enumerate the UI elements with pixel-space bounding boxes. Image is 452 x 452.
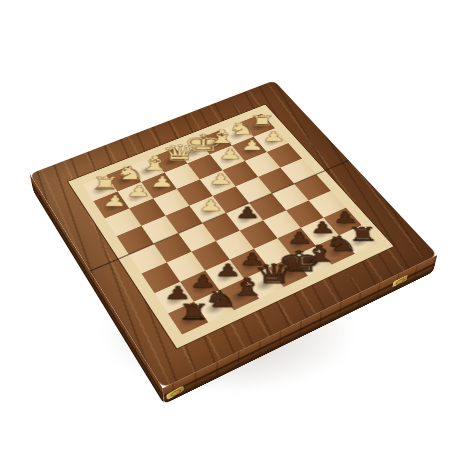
square-f6 — [263, 210, 301, 238]
square-a5 — [129, 244, 167, 274]
square-b6 — [167, 252, 205, 282]
piece-black-bishop-c8: ♝ — [219, 279, 259, 311]
piece-black-pawn-a7: ♟ — [155, 282, 194, 314]
black-knight-glyph: ♞ — [323, 233, 353, 254]
black-queen-glyph: ♛ — [252, 260, 281, 287]
square-a6 — [142, 262, 181, 293]
square-f7 — [278, 228, 316, 257]
black-pawn-glyph: ♟ — [234, 205, 261, 221]
square-a4 — [117, 226, 154, 255]
white-pawn-glyph: ♟ — [125, 184, 153, 199]
white-rook-glyph: ♜ — [89, 175, 117, 192]
black-rook-glyph: ♜ — [177, 301, 207, 323]
square-e8 — [269, 257, 308, 287]
chess-board: ♜♞♝♛♚♝♞♜♟♟♟♟♟♟♟♟♟♟♟♟♟♟♟♟♜♞♝♛♚♝♞♜ — [82, 114, 377, 335]
brass-clasp-right — [392, 275, 408, 288]
piece-black-king-e8: ♚ — [269, 257, 308, 287]
black-knight-glyph: ♞ — [203, 288, 232, 311]
white-pawn-glyph: ♟ — [149, 175, 176, 190]
piece-black-pawn-d7: ♟ — [230, 249, 269, 279]
piece-black-pawn-b7: ♟ — [180, 271, 219, 302]
square-d6 — [216, 231, 254, 260]
square-d7 — [230, 249, 269, 279]
square-a8 — [168, 302, 208, 335]
white-pawn-glyph: ♟ — [101, 194, 129, 209]
piece-black-bishop-f8: ♝ — [292, 246, 331, 276]
piece-black-knight-b8: ♞ — [194, 290, 234, 322]
square-a7 — [155, 282, 194, 314]
square-f8 — [292, 246, 331, 276]
piece-black-pawn-c7: ♟ — [205, 260, 244, 291]
black-pawn-glyph: ♟ — [189, 273, 218, 291]
piece-black-rook-a8: ♜ — [168, 302, 208, 335]
white-pawn-glyph: ♟ — [208, 172, 234, 187]
product-photo-scene: ♜♞♝♛♚♝♞♜♟♟♟♟♟♟♟♟♟♟♟♟♟♟♟♟♜♞♝♛♚♝♞♜ — [0, 0, 452, 452]
black-pawn-glyph: ♟ — [163, 284, 193, 302]
black-bishop-glyph: ♝ — [228, 274, 257, 299]
square-b4 — [141, 216, 178, 244]
black-king-glyph: ♚ — [276, 247, 306, 276]
square-c6 — [192, 241, 230, 271]
white-pawn-glyph: ♟ — [239, 139, 265, 153]
square-c5 — [178, 223, 216, 252]
square-e6 — [240, 220, 278, 248]
black-pawn-glyph: ♟ — [238, 251, 267, 268]
square-b8 — [194, 290, 234, 322]
white-pawn-glyph: ♟ — [197, 198, 224, 214]
square-c8 — [219, 279, 259, 311]
pieces-layer: ♜♞♝♛♚♝♞♜♟♟♟♟♟♟♟♟♟♟♟♟♟♟♟♟♜♞♝♛♚♝♞♜ — [182, 243, 378, 334]
white-pawn-glyph: ♟ — [217, 147, 243, 161]
black-pawn-glyph: ♟ — [214, 262, 243, 279]
square-d8 — [244, 268, 284, 299]
square-e7 — [254, 238, 293, 267]
brass-clasp-left — [166, 385, 184, 400]
square-b7 — [180, 271, 219, 302]
folding-chess-box: ♜♞♝♛♚♝♞♜♟♟♟♟♟♟♟♟♟♟♟♟♟♟♟♟♜♞♝♛♚♝♞♜ — [30, 81, 438, 389]
square-c7 — [205, 260, 244, 291]
white-pawn-glyph: ♟ — [261, 130, 287, 144]
black-pawn-glyph: ♟ — [285, 230, 314, 246]
piece-black-queen-d8: ♛ — [244, 268, 284, 299]
piece-black-rook-h8: ♜ — [339, 225, 378, 254]
piece-black-pawn-f7: ♟ — [278, 228, 316, 257]
square-b5 — [154, 233, 192, 262]
